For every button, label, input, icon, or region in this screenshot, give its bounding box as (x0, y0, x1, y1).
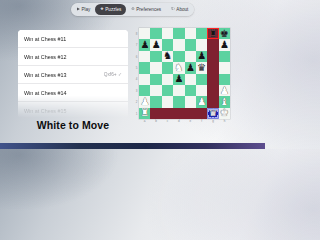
play-icon: ▶ (77, 8, 80, 12)
gear-icon: ⚙ (131, 8, 134, 12)
square-g7[interactable] (207, 39, 218, 50)
black-pawn-d4: ♟ (174, 74, 183, 84)
square-g4[interactable] (207, 74, 218, 85)
tab-play[interactable]: ▶ Play (72, 4, 95, 15)
square-b6[interactable] (150, 51, 161, 62)
square-a8[interactable] (139, 28, 150, 39)
rank-label: 8 (135, 28, 138, 39)
black-pawn-a7: ♟ (140, 40, 149, 50)
square-g1[interactable]: ♛ (207, 108, 218, 119)
square-c3[interactable] (162, 85, 173, 96)
tab-preferences-label: Preferences (136, 7, 161, 12)
file-label: h (219, 120, 230, 124)
chess-board-wrap: 87654321 ♜♚♟♟♟♞♟♞♟♛♟♟♟♟♝♜♛♚ abcdefgh (139, 28, 230, 119)
info-icon: ⓘ (171, 8, 175, 12)
square-g6[interactable] (207, 51, 218, 62)
rank-label: 6 (135, 51, 138, 62)
file-label: e (185, 120, 196, 124)
rank-label: 3 (135, 85, 138, 96)
square-e8[interactable] (185, 28, 196, 39)
tab-puzzles-label: Puzzles (105, 7, 121, 12)
tab-play-label: Play (81, 7, 90, 12)
black-knight-c6: ♞ (163, 51, 172, 61)
square-c5[interactable] (162, 62, 173, 73)
puzzle-list: Win at Chess #11Win at Chess #12Win at C… (18, 30, 128, 118)
white-pawn-f2: ♟ (197, 97, 206, 107)
black-pawn-b7: ♟ (152, 40, 161, 50)
black-rook-g8: ♜ (208, 29, 217, 39)
square-d1[interactable] (173, 108, 184, 119)
square-d4[interactable]: ♟ (173, 74, 184, 85)
square-b2[interactable] (150, 96, 161, 107)
black-queen-f5: ♛ (197, 63, 206, 73)
square-d8[interactable] (173, 28, 184, 39)
square-g5[interactable] (207, 62, 218, 73)
square-b1[interactable] (150, 108, 161, 119)
square-d3[interactable] (173, 85, 184, 96)
square-b8[interactable] (150, 28, 161, 39)
file-label: f (196, 120, 207, 124)
square-h2[interactable]: ♝ (219, 96, 230, 107)
square-d7[interactable] (173, 39, 184, 50)
square-a2[interactable]: ♟ (139, 96, 150, 107)
square-e7[interactable] (185, 39, 196, 50)
square-h7[interactable]: ♟ (219, 39, 230, 50)
list-item[interactable]: Win at Chess #12 (18, 48, 128, 66)
square-c1[interactable] (162, 108, 173, 119)
square-h1[interactable]: ♚ (219, 108, 230, 119)
square-b7[interactable]: ♟ (150, 39, 161, 50)
white-knight-d5: ♞ (174, 63, 183, 73)
white-king-h1: ♚ (220, 108, 229, 118)
file-label: d (173, 120, 184, 124)
background-photo-strip (0, 143, 265, 149)
square-e5[interactable]: ♟ (185, 62, 196, 73)
file-label: a (139, 120, 150, 124)
square-a7[interactable]: ♟ (139, 39, 150, 50)
square-h8[interactable]: ♚ (219, 28, 230, 39)
square-f7[interactable] (196, 39, 207, 50)
square-e2[interactable] (185, 96, 196, 107)
square-a6[interactable] (139, 51, 150, 62)
square-f6[interactable]: ♟ (196, 51, 207, 62)
square-d2[interactable] (173, 96, 184, 107)
rank-labels: 87654321 (135, 28, 138, 119)
square-h4[interactable] (219, 74, 230, 85)
rank-label: 5 (135, 62, 138, 73)
list-item[interactable]: Win at Chess #14 (18, 84, 128, 102)
file-labels: abcdefgh (139, 120, 230, 124)
square-f2[interactable]: ♟ (196, 96, 207, 107)
square-f5[interactable]: ♛ (196, 62, 207, 73)
square-c6[interactable]: ♞ (162, 51, 173, 62)
tab-preferences[interactable]: ⚙ Preferences (126, 4, 166, 15)
black-pawn-f6: ♟ (197, 51, 206, 61)
square-g8[interactable]: ♜ (207, 28, 218, 39)
square-h6[interactable] (219, 51, 230, 62)
black-king-h8: ♚ (220, 29, 229, 39)
square-a5[interactable] (139, 62, 150, 73)
square-a1[interactable]: ♜ (139, 108, 150, 119)
square-a3[interactable] (139, 85, 150, 96)
rank-label: 4 (135, 74, 138, 85)
white-bishop-h2: ♝ (220, 97, 229, 107)
file-label: b (150, 120, 161, 124)
square-h5[interactable] (219, 62, 230, 73)
black-pawn-h7: ♟ (220, 40, 229, 50)
white-pawn-h3: ♟ (220, 86, 229, 96)
square-f4[interactable] (196, 74, 207, 85)
square-g2[interactable] (207, 96, 218, 107)
square-c8[interactable] (162, 28, 173, 39)
puzzle-title: Win at Chess #15 (24, 108, 67, 114)
puzzle-icon: ❖ (100, 8, 103, 12)
square-e3[interactable] (185, 85, 196, 96)
white-pawn-a2: ♟ (140, 97, 149, 107)
puzzle-solution-annotation: Qxf6+ ✓ (104, 72, 122, 77)
square-d5[interactable]: ♞ (173, 62, 184, 73)
square-f8[interactable] (196, 28, 207, 39)
square-d6[interactable] (173, 51, 184, 62)
square-c7[interactable] (162, 39, 173, 50)
tab-about[interactable]: ⓘ About (166, 4, 193, 15)
square-f3[interactable] (196, 85, 207, 96)
white-queen-g1: ♛ (208, 108, 217, 118)
square-e1[interactable] (185, 108, 196, 119)
tab-about-label: About (176, 7, 188, 12)
puzzle-title: Win at Chess #12 (24, 54, 67, 60)
chess-board[interactable]: ♜♚♟♟♟♞♟♞♟♛♟♟♟♟♝♜♛♚ (139, 28, 230, 119)
tab-bar: ▶ Play ❖ Puzzles ⚙ Preferences ⓘ About (71, 3, 194, 16)
rank-label: 7 (135, 39, 138, 50)
white-rook-a1: ♜ (140, 108, 149, 118)
square-g3[interactable] (207, 85, 218, 96)
black-pawn-e5: ♟ (186, 63, 195, 73)
square-b3[interactable] (150, 85, 161, 96)
square-b4[interactable] (150, 74, 161, 85)
square-c2[interactable] (162, 96, 173, 107)
list-item[interactable]: Win at Chess #15 (18, 102, 128, 119)
list-item[interactable]: Win at Chess #13Qxf6+ ✓ (18, 66, 128, 84)
file-label: c (162, 120, 173, 124)
rank-label: 2 (135, 96, 138, 107)
list-item[interactable]: Win at Chess #11 (18, 30, 128, 48)
status-text: White to Move (18, 119, 128, 131)
puzzle-title: Win at Chess #11 (24, 36, 66, 42)
square-a4[interactable] (139, 74, 150, 85)
file-label: g (207, 120, 218, 124)
square-b5[interactable] (150, 62, 161, 73)
square-e4[interactable] (185, 74, 196, 85)
square-e6[interactable] (185, 51, 196, 62)
puzzle-title: Win at Chess #14 (24, 90, 67, 96)
square-c4[interactable] (162, 74, 173, 85)
tab-puzzles[interactable]: ❖ Puzzles (95, 4, 126, 15)
puzzle-title: Win at Chess #13 (24, 72, 67, 78)
square-f1[interactable] (196, 108, 207, 119)
rank-label: 1 (135, 108, 138, 119)
square-h3[interactable]: ♟ (219, 85, 230, 96)
